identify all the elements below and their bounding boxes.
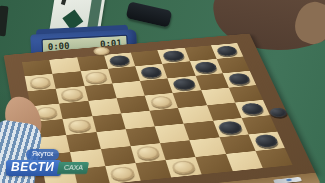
checker-light-c7 [84,71,107,84]
channel-watermark: ВЕСТИ САХА [6,160,88,176]
checker-dark-f6 [172,78,197,91]
checker-dark-h6 [227,73,252,86]
checker-dark-h2 [253,134,280,148]
checker-light-c1 [109,166,135,181]
checker-dark-h4 [239,102,265,115]
news-still-scene: 0:00 0:01 Якутск ВЕСТИ САХА [0,0,325,183]
card-digit-mark [61,0,68,5]
checker-dark-f8 [162,50,186,62]
checker-dark-g3 [217,121,243,135]
square-c1 [105,163,141,183]
checker-dark-g7 [194,61,218,73]
city-badge: Якутск [26,149,59,160]
checker-light-e5 [149,95,174,108]
checker-dark-e7 [139,66,163,78]
checker-light-b6 [60,88,84,101]
checker-dark-h8 [215,45,239,57]
vesti-region-tag: САХА [57,162,89,174]
tripod-leg [0,6,9,37]
checker-light-a7 [29,76,52,89]
vesti-logo: ВЕСТИ [6,160,61,176]
checker-light-b4 [67,119,92,133]
checker-light-e1 [170,159,197,174]
checker-dark-d8 [108,55,131,67]
checker-light-d2 [135,145,161,160]
